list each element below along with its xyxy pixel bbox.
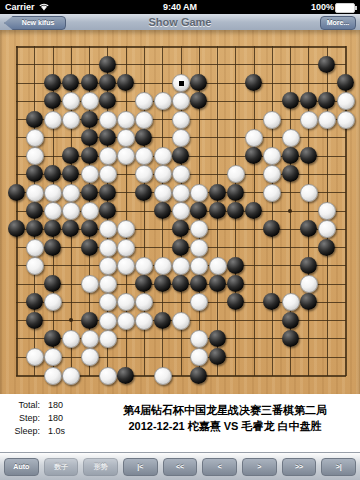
white-stone [81, 165, 99, 183]
black-stone [190, 275, 207, 292]
prev-button[interactable]: < [202, 458, 237, 476]
black-stone [227, 293, 244, 310]
white-stone [62, 330, 80, 348]
black-stone [282, 165, 299, 182]
white-stone [62, 202, 80, 220]
white-stone [300, 275, 318, 293]
stat-row: Sleep:1.0s [6, 426, 65, 436]
white-stone [26, 129, 44, 147]
black-stone [209, 330, 226, 347]
black-stone [245, 202, 262, 219]
white-stone [282, 129, 300, 147]
black-stone [44, 275, 61, 292]
black-stone [81, 147, 98, 164]
white-stone [135, 111, 153, 129]
black-stone [44, 220, 61, 237]
white-stone [282, 293, 300, 311]
more-button[interactable]: More... [320, 16, 356, 30]
black-stone [81, 74, 98, 91]
white-stone [172, 129, 190, 147]
white-stone [190, 184, 208, 202]
white-stone [81, 275, 99, 293]
stat-row: Step:180 [6, 413, 65, 423]
back-button[interactable]: New kifus [4, 16, 66, 30]
black-stone [99, 92, 116, 109]
white-stone [44, 202, 62, 220]
white-stone [26, 184, 44, 202]
last-button[interactable]: >| [321, 458, 356, 476]
star-point [69, 318, 73, 322]
black-stone [245, 147, 262, 164]
white-stone [117, 147, 135, 165]
white-stone [135, 312, 153, 330]
white-stone [44, 293, 62, 311]
black-stone [81, 312, 98, 329]
grid-line-v [272, 46, 273, 376]
white-stone [190, 348, 208, 366]
white-stone [81, 202, 99, 220]
black-stone [337, 74, 354, 91]
black-stone [8, 184, 25, 201]
black-stone [99, 129, 116, 146]
black-stone [26, 202, 43, 219]
game-title-block: 第4届钻石杯中国龙星战决赛三番棋第二局 2012-12-21 柁嘉熹 VS 毛睿… [95, 402, 355, 434]
white-stone [172, 92, 190, 110]
players-result: 2012-12-21 柁嘉熹 VS 毛睿龙 白中盘胜 [95, 418, 355, 434]
white-stone [172, 257, 190, 275]
white-stone [99, 147, 117, 165]
stats-block: Total:180Step:180Sleep:1.0s [6, 400, 65, 439]
battery-percent: 100% [311, 0, 334, 14]
black-stone [318, 92, 335, 109]
white-stone [117, 293, 135, 311]
white-stone [172, 202, 190, 220]
black-stone [172, 239, 189, 256]
stat-value: 180 [48, 413, 63, 423]
nav-bar: Show Game New kifus More... [0, 14, 360, 31]
white-stone [318, 202, 336, 220]
event-title: 第4届钻石杯中国龙星战决赛三番棋第二局 [95, 402, 355, 418]
white-stone [190, 330, 208, 348]
white-stone [44, 348, 62, 366]
black-stone [263, 293, 280, 310]
white-stone [154, 257, 172, 275]
black-stone [154, 202, 171, 219]
star-point [288, 209, 292, 213]
white-stone [227, 165, 245, 183]
black-stone [282, 147, 299, 164]
white-stone [300, 184, 318, 202]
white-stone [26, 257, 44, 275]
black-stone [300, 220, 317, 237]
white-stone [26, 147, 44, 165]
black-stone [81, 239, 98, 256]
status-bar: Carrier 9:40 AM 100% [0, 0, 360, 14]
black-stone [227, 275, 244, 292]
black-stone [282, 312, 299, 329]
white-stone [62, 367, 80, 385]
stat-label: Sleep: [6, 426, 40, 436]
first-button[interactable]: |< [123, 458, 158, 476]
black-stone [209, 348, 226, 365]
white-stone [62, 111, 80, 129]
black-stone [81, 220, 98, 237]
black-stone [26, 312, 43, 329]
white-stone [318, 111, 336, 129]
clock: 9:40 AM [0, 0, 360, 14]
black-stone [26, 165, 43, 182]
black-stone [154, 275, 171, 292]
black-stone [209, 202, 226, 219]
black-stone [81, 111, 98, 128]
black-stone [300, 293, 317, 310]
black-stone [245, 74, 262, 91]
grid-line-h [16, 357, 346, 358]
last-move-marker [179, 81, 184, 86]
white-stone [117, 257, 135, 275]
white-stone [117, 220, 135, 238]
white-stone [44, 367, 62, 385]
go-board[interactable] [0, 30, 360, 394]
black-stone [318, 56, 335, 73]
black-stone [300, 92, 317, 109]
white-stone [26, 239, 44, 257]
white-stone [117, 312, 135, 330]
white-stone [337, 92, 355, 110]
black-stone [318, 239, 335, 256]
white-stone [99, 275, 117, 293]
black-stone [172, 147, 189, 164]
black-stone [62, 74, 79, 91]
info-panel: Total:180Step:180Sleep:1.0s 第4届钻石杯中国龙星战决… [0, 394, 360, 452]
black-stone [44, 74, 61, 91]
black-stone [62, 147, 79, 164]
black-stone [227, 184, 244, 201]
white-stone [209, 257, 227, 275]
white-stone [117, 111, 135, 129]
white-stone [135, 165, 153, 183]
white-stone [99, 220, 117, 238]
black-stone [282, 92, 299, 109]
white-stone [99, 312, 117, 330]
black-stone [135, 275, 152, 292]
auto-button[interactable]: Auto [4, 458, 39, 476]
black-stone [44, 165, 61, 182]
stat-value: 180 [48, 400, 63, 410]
estimate-button[interactable]: 形势 [83, 458, 118, 476]
next-button[interactable]: > [242, 458, 277, 476]
white-stone [154, 92, 172, 110]
white-stone [245, 129, 263, 147]
black-stone [44, 239, 61, 256]
white-stone [172, 74, 190, 92]
black-stone [209, 275, 226, 292]
rewind-button[interactable]: << [163, 458, 198, 476]
stat-value: 1.0s [48, 426, 65, 436]
black-stone [227, 202, 244, 219]
white-stone [263, 184, 281, 202]
black-stone [300, 257, 317, 274]
black-stone [44, 330, 61, 347]
black-stone [81, 129, 98, 146]
white-stone [44, 111, 62, 129]
black-stone [190, 92, 207, 109]
black-stone [117, 74, 134, 91]
white-stone [117, 129, 135, 147]
black-stone [81, 184, 98, 201]
white-stone [154, 147, 172, 165]
black-stone [135, 184, 152, 201]
white-stone [135, 293, 153, 311]
white-stone [99, 293, 117, 311]
white-stone [190, 220, 208, 238]
black-stone [190, 367, 207, 384]
black-stone [62, 165, 79, 182]
white-stone [44, 184, 62, 202]
white-stone [81, 330, 99, 348]
white-stone [190, 239, 208, 257]
black-stone [62, 220, 79, 237]
white-stone [154, 165, 172, 183]
black-stone [282, 330, 299, 347]
white-stone [337, 111, 355, 129]
battery-icon [335, 3, 355, 13]
black-stone [263, 220, 280, 237]
black-stone [190, 202, 207, 219]
white-stone [154, 367, 172, 385]
black-stone [172, 275, 189, 292]
black-stone [190, 74, 207, 91]
white-stone [99, 111, 117, 129]
white-stone [172, 111, 190, 129]
white-stone [99, 330, 117, 348]
white-stone [172, 184, 190, 202]
white-stone [135, 147, 153, 165]
white-stone [99, 367, 117, 385]
white-stone [26, 348, 44, 366]
black-stone [154, 312, 171, 329]
white-stone [62, 184, 80, 202]
white-stone [99, 239, 117, 257]
white-stone [99, 257, 117, 275]
black-stone [227, 257, 244, 274]
white-stone [263, 165, 281, 183]
white-stone [172, 165, 190, 183]
black-stone [135, 129, 152, 146]
black-stone [99, 74, 116, 91]
white-stone [135, 257, 153, 275]
black-stone [26, 111, 43, 128]
forward-button[interactable]: >> [282, 458, 317, 476]
black-stone [172, 220, 189, 237]
white-stone [172, 312, 190, 330]
black-stone [99, 56, 116, 73]
black-stone [209, 184, 226, 201]
black-stone [99, 202, 116, 219]
black-stone [117, 367, 134, 384]
white-stone [81, 92, 99, 110]
count-stones-button[interactable]: 数子 [44, 458, 79, 476]
stat-label: Step: [6, 413, 40, 423]
white-stone [135, 92, 153, 110]
stat-label: Total: [6, 400, 40, 410]
white-stone [300, 111, 318, 129]
black-stone [44, 92, 61, 109]
white-stone [62, 92, 80, 110]
black-stone [26, 293, 43, 310]
black-stone [8, 220, 25, 237]
white-stone [263, 147, 281, 165]
white-stone [263, 111, 281, 129]
white-stone [154, 184, 172, 202]
black-stone [99, 184, 116, 201]
white-stone [81, 348, 99, 366]
black-stone [26, 220, 43, 237]
playback-toolbar: Auto数子形势|<<<<>>>>| [0, 452, 360, 480]
white-stone [99, 165, 117, 183]
app-screen: Carrier 9:40 AM 100% Show Game New kifus… [0, 0, 360, 480]
white-stone [318, 220, 336, 238]
white-stone [190, 257, 208, 275]
white-stone [117, 239, 135, 257]
white-stone [190, 293, 208, 311]
black-stone [300, 147, 317, 164]
stat-row: Total:180 [6, 400, 65, 410]
